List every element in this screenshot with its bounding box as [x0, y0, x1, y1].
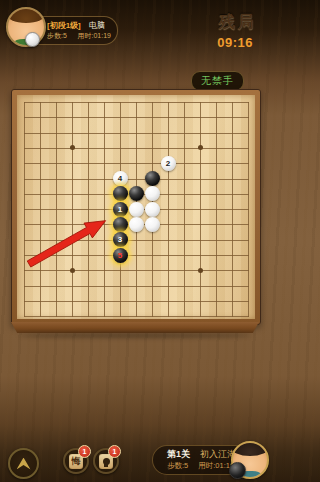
- expand-menu-button[interactable]: [8, 448, 39, 479]
- black-stone: [113, 186, 128, 201]
- hint-count-badge: 1: [108, 445, 121, 458]
- black-stone: [113, 217, 128, 232]
- black-stone-move-3: 3: [113, 232, 128, 247]
- undo-count-badge: 1: [78, 445, 91, 458]
- avatar-hair: [6, 7, 46, 23]
- opponent-name: 电脑: [89, 21, 105, 30]
- move-number: 1: [118, 205, 122, 214]
- level-number: 第1关: [167, 450, 190, 459]
- chevron-up-icon: [17, 458, 31, 470]
- clock: 09:16: [217, 35, 253, 50]
- page-title: 残局: [219, 12, 257, 33]
- white-stone-move-2: 2: [161, 156, 176, 171]
- white-stone: [145, 217, 160, 232]
- board-surface[interactable]: 24135: [17, 95, 255, 319]
- white-stone-move-4: 4: [113, 171, 128, 186]
- move-number: 2: [166, 159, 170, 168]
- star-point: [70, 268, 75, 273]
- star-point: [70, 145, 75, 150]
- star-point: [198, 268, 203, 273]
- black-stone: [129, 186, 144, 201]
- black-stone-badge: [229, 462, 246, 479]
- undo-button[interactable]: 悔 1: [63, 448, 89, 474]
- black-stone-move-5: 5: [113, 248, 128, 263]
- board-shadow: [18, 333, 252, 338]
- white-stone: [129, 202, 144, 217]
- white-stone: [129, 217, 144, 232]
- opponent-time: 用时:01:19: [78, 31, 111, 40]
- black-stone-move-1: 1: [113, 202, 128, 217]
- star-point: [198, 145, 203, 150]
- opponent-moves: 步数:5: [47, 31, 67, 40]
- player-moves: 步数:5: [167, 461, 188, 470]
- gomoku-board[interactable]: 24135: [11, 89, 261, 325]
- opponent-rank: [初段1级]: [47, 21, 81, 30]
- move-number: 4: [118, 174, 122, 183]
- white-stone-badge: [25, 32, 40, 47]
- white-stone: [145, 202, 160, 217]
- rule-badge-no-forbidden: 无禁手: [191, 71, 244, 91]
- white-stone: [145, 186, 160, 201]
- board-edge: [11, 322, 259, 333]
- avatar-hair: [231, 441, 269, 456]
- hint-button[interactable]: 1: [93, 448, 119, 474]
- board-grid[interactable]: 24135: [24, 102, 249, 317]
- move-number: 3: [118, 235, 122, 244]
- black-stone: [145, 171, 160, 186]
- move-number: 5: [118, 251, 122, 260]
